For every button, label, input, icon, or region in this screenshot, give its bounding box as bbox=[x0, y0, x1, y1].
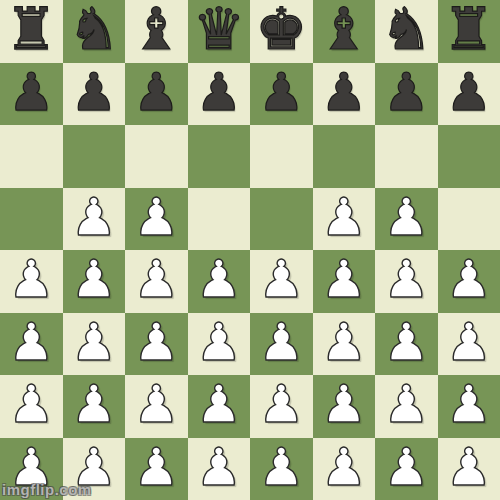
piece-white-pawn[interactable]: ♟ bbox=[320, 375, 367, 436]
piece-white-pawn[interactable]: ♟ bbox=[383, 375, 430, 436]
piece-white-pawn[interactable]: ♟ bbox=[258, 375, 305, 436]
piece-white-pawn[interactable]: ♟ bbox=[133, 438, 180, 499]
square-e3[interactable]: ♟ bbox=[250, 313, 313, 376]
square-b4[interactable]: ♟ bbox=[63, 250, 126, 313]
piece-black-pawn[interactable]: ♟ bbox=[70, 63, 117, 124]
piece-black-pawn[interactable]: ♟ bbox=[133, 63, 180, 124]
piece-white-pawn[interactable]: ♟ bbox=[70, 438, 117, 499]
square-h2[interactable]: ♟ bbox=[438, 375, 500, 438]
piece-white-pawn[interactable]: ♟ bbox=[8, 313, 55, 374]
piece-white-pawn[interactable]: ♟ bbox=[383, 313, 430, 374]
square-d3[interactable]: ♟ bbox=[188, 313, 251, 376]
piece-white-pawn[interactable]: ♟ bbox=[445, 313, 492, 374]
square-e5[interactable] bbox=[250, 188, 313, 251]
piece-white-pawn[interactable]: ♟ bbox=[320, 250, 367, 311]
square-g5[interactable]: ♟ bbox=[375, 188, 438, 251]
piece-white-pawn[interactable]: ♟ bbox=[195, 375, 242, 436]
piece-white-pawn[interactable]: ♟ bbox=[133, 313, 180, 374]
piece-white-pawn[interactable]: ♟ bbox=[383, 188, 430, 249]
piece-white-pawn[interactable]: ♟ bbox=[445, 438, 492, 499]
square-f3[interactable]: ♟ bbox=[313, 313, 376, 376]
piece-white-pawn[interactable]: ♟ bbox=[70, 250, 117, 311]
piece-white-pawn[interactable]: ♟ bbox=[320, 313, 367, 374]
piece-white-pawn[interactable]: ♟ bbox=[195, 250, 242, 311]
piece-black-pawn[interactable]: ♟ bbox=[383, 63, 430, 124]
square-c8[interactable]: ♝ bbox=[125, 0, 188, 63]
square-c5[interactable]: ♟ bbox=[125, 188, 188, 251]
piece-white-pawn[interactable]: ♟ bbox=[8, 250, 55, 311]
piece-black-rook[interactable]: ♜ bbox=[5, 0, 57, 61]
piece-white-pawn[interactable]: ♟ bbox=[8, 438, 55, 499]
square-a8[interactable]: ♜ bbox=[0, 0, 63, 63]
square-f2[interactable]: ♟ bbox=[313, 375, 376, 438]
square-b2[interactable]: ♟ bbox=[63, 375, 126, 438]
square-d5[interactable] bbox=[188, 188, 251, 251]
piece-black-knight[interactable]: ♞ bbox=[380, 0, 432, 61]
square-d1[interactable]: ♟ bbox=[188, 438, 251, 500]
square-g8[interactable]: ♞ bbox=[375, 0, 438, 63]
square-f1[interactable]: ♟ bbox=[313, 438, 376, 500]
piece-white-pawn[interactable]: ♟ bbox=[195, 313, 242, 374]
square-f5[interactable]: ♟ bbox=[313, 188, 376, 251]
piece-white-pawn[interactable]: ♟ bbox=[320, 188, 367, 249]
piece-black-bishop[interactable]: ♝ bbox=[318, 0, 370, 61]
piece-white-pawn[interactable]: ♟ bbox=[320, 438, 367, 499]
square-d4[interactable]: ♟ bbox=[188, 250, 251, 313]
piece-white-pawn[interactable]: ♟ bbox=[70, 313, 117, 374]
square-g2[interactable]: ♟ bbox=[375, 375, 438, 438]
piece-white-pawn[interactable]: ♟ bbox=[133, 375, 180, 436]
square-g4[interactable]: ♟ bbox=[375, 250, 438, 313]
square-f4[interactable]: ♟ bbox=[313, 250, 376, 313]
square-g3[interactable]: ♟ bbox=[375, 313, 438, 376]
square-h4[interactable]: ♟ bbox=[438, 250, 500, 313]
piece-black-pawn[interactable]: ♟ bbox=[258, 63, 305, 124]
piece-white-pawn[interactable]: ♟ bbox=[258, 438, 305, 499]
square-b6[interactable] bbox=[63, 125, 126, 188]
square-g6[interactable] bbox=[375, 125, 438, 188]
square-h8[interactable]: ♜ bbox=[438, 0, 500, 63]
piece-black-pawn[interactable]: ♟ bbox=[445, 63, 492, 124]
square-a3[interactable]: ♟ bbox=[0, 313, 63, 376]
square-a5[interactable] bbox=[0, 188, 63, 251]
piece-black-pawn[interactable]: ♟ bbox=[195, 63, 242, 124]
square-e4[interactable]: ♟ bbox=[250, 250, 313, 313]
piece-white-pawn[interactable]: ♟ bbox=[70, 375, 117, 436]
piece-black-rook[interactable]: ♜ bbox=[443, 0, 495, 61]
piece-black-king[interactable]: ♚ bbox=[255, 0, 307, 61]
square-b8[interactable]: ♞ bbox=[63, 0, 126, 63]
square-g7[interactable]: ♟ bbox=[375, 63, 438, 126]
square-e7[interactable]: ♟ bbox=[250, 63, 313, 126]
square-b1[interactable]: ♟ bbox=[63, 438, 126, 500]
square-d8[interactable]: ♛ bbox=[188, 0, 251, 63]
chess-board: ♜♞♝♛♚♝♞♜♟♟♟♟♟♟♟♟♟♟♟♟♟♟♟♟♟♟♟♟♟♟♟♟♟♟♟♟♟♟♟♟… bbox=[0, 0, 500, 500]
piece-white-pawn[interactable]: ♟ bbox=[195, 438, 242, 499]
square-c2[interactable]: ♟ bbox=[125, 375, 188, 438]
piece-white-pawn[interactable]: ♟ bbox=[383, 438, 430, 499]
square-b7[interactable]: ♟ bbox=[63, 63, 126, 126]
square-e2[interactable]: ♟ bbox=[250, 375, 313, 438]
piece-white-pawn[interactable]: ♟ bbox=[133, 250, 180, 311]
piece-black-pawn[interactable]: ♟ bbox=[320, 63, 367, 124]
piece-black-queen[interactable]: ♛ bbox=[193, 0, 245, 61]
piece-black-bishop[interactable]: ♝ bbox=[130, 0, 182, 61]
piece-white-pawn[interactable]: ♟ bbox=[8, 375, 55, 436]
square-d2[interactable]: ♟ bbox=[188, 375, 251, 438]
piece-white-pawn[interactable]: ♟ bbox=[383, 250, 430, 311]
square-c3[interactable]: ♟ bbox=[125, 313, 188, 376]
square-d6[interactable] bbox=[188, 125, 251, 188]
square-a2[interactable]: ♟ bbox=[0, 375, 63, 438]
square-a6[interactable] bbox=[0, 125, 63, 188]
square-b3[interactable]: ♟ bbox=[63, 313, 126, 376]
piece-white-pawn[interactable]: ♟ bbox=[258, 313, 305, 374]
square-h6[interactable] bbox=[438, 125, 500, 188]
square-b5[interactable]: ♟ bbox=[63, 188, 126, 251]
square-a1[interactable]: ♟ bbox=[0, 438, 63, 500]
square-e8[interactable]: ♚ bbox=[250, 0, 313, 63]
square-e1[interactable]: ♟ bbox=[250, 438, 313, 500]
square-h7[interactable]: ♟ bbox=[438, 63, 500, 126]
piece-white-pawn[interactable]: ♟ bbox=[445, 375, 492, 436]
square-a4[interactable]: ♟ bbox=[0, 250, 63, 313]
square-h5[interactable] bbox=[438, 188, 500, 251]
piece-white-pawn[interactable]: ♟ bbox=[70, 188, 117, 249]
square-c4[interactable]: ♟ bbox=[125, 250, 188, 313]
square-e6[interactable] bbox=[250, 125, 313, 188]
square-f7[interactable]: ♟ bbox=[313, 63, 376, 126]
square-c7[interactable]: ♟ bbox=[125, 63, 188, 126]
piece-black-pawn[interactable]: ♟ bbox=[8, 63, 55, 124]
square-h1[interactable]: ♟ bbox=[438, 438, 500, 500]
square-d7[interactable]: ♟ bbox=[188, 63, 251, 126]
square-h3[interactable]: ♟ bbox=[438, 313, 500, 376]
square-c6[interactable] bbox=[125, 125, 188, 188]
square-c1[interactable]: ♟ bbox=[125, 438, 188, 500]
square-g1[interactable]: ♟ bbox=[375, 438, 438, 500]
piece-black-knight[interactable]: ♞ bbox=[68, 0, 120, 61]
piece-white-pawn[interactable]: ♟ bbox=[133, 188, 180, 249]
square-f8[interactable]: ♝ bbox=[313, 0, 376, 63]
square-a7[interactable]: ♟ bbox=[0, 63, 63, 126]
piece-white-pawn[interactable]: ♟ bbox=[445, 250, 492, 311]
square-f6[interactable] bbox=[313, 125, 376, 188]
piece-white-pawn[interactable]: ♟ bbox=[258, 250, 305, 311]
